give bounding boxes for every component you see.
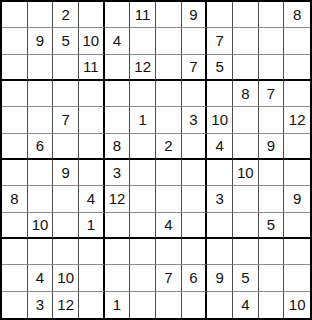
cell-r1c6[interactable]: 11 [130, 2, 156, 28]
cell-r8c12[interactable]: 9 [284, 186, 310, 212]
cell-r4c1[interactable] [2, 81, 28, 107]
cell-r1c12[interactable]: 8 [284, 2, 310, 28]
cell-r5c12[interactable]: 12 [284, 107, 310, 133]
cell-r2c11[interactable] [259, 28, 285, 54]
cell-r2c7[interactable] [156, 28, 182, 54]
cell-r3c8[interactable]: 7 [182, 55, 208, 81]
cell-r10c7[interactable] [156, 239, 182, 265]
cell-r11c5[interactable] [105, 265, 131, 291]
cell-r12c12[interactable]: 10 [284, 292, 310, 318]
cell-r7c6[interactable] [130, 160, 156, 186]
cell-r7c9[interactable] [207, 160, 233, 186]
cell-r5c10[interactable] [233, 107, 259, 133]
cell-r6c11[interactable]: 9 [259, 134, 285, 160]
cell-r11c3[interactable]: 10 [53, 265, 79, 291]
cell-r5c4[interactable] [79, 107, 105, 133]
cell-r8c6[interactable] [130, 186, 156, 212]
cell-r11c12[interactable] [284, 265, 310, 291]
cell-r11c1[interactable] [2, 265, 28, 291]
cell-r8c11[interactable] [259, 186, 285, 212]
cell-r4c5[interactable] [105, 81, 131, 107]
cell-r7c2[interactable] [28, 160, 54, 186]
cell-r2c8[interactable] [182, 28, 208, 54]
cell-r5c6[interactable]: 1 [130, 107, 156, 133]
cell-r10c9[interactable] [207, 239, 233, 265]
cell-r3c11[interactable] [259, 55, 285, 81]
cell-r1c7[interactable] [156, 2, 182, 28]
cell-r5c5[interactable] [105, 107, 131, 133]
cell-r6c2[interactable]: 6 [28, 134, 54, 160]
cell-r4c8[interactable] [182, 81, 208, 107]
cell-r9c10[interactable] [233, 213, 259, 239]
cell-r5c7[interactable] [156, 107, 182, 133]
cell-r12c3[interactable]: 12 [53, 292, 79, 318]
cell-r5c8[interactable]: 3 [182, 107, 208, 133]
cell-r12c9[interactable] [207, 292, 233, 318]
cell-r8c10[interactable] [233, 186, 259, 212]
cell-r7c12[interactable] [284, 160, 310, 186]
cell-r8c7[interactable] [156, 186, 182, 212]
cell-r2c2[interactable]: 9 [28, 28, 54, 54]
cell-r10c1[interactable] [2, 239, 28, 265]
cell-r3c7[interactable] [156, 55, 182, 81]
cell-r12c5[interactable]: 1 [105, 292, 131, 318]
cell-r8c1[interactable]: 8 [2, 186, 28, 212]
cell-r6c12[interactable] [284, 134, 310, 160]
cell-r7c4[interactable] [79, 160, 105, 186]
cell-r11c6[interactable] [130, 265, 156, 291]
cell-r3c3[interactable] [53, 55, 79, 81]
cell-r10c11[interactable] [259, 239, 285, 265]
cell-r12c8[interactable] [182, 292, 208, 318]
cell-r2c12[interactable] [284, 28, 310, 54]
cell-r6c3[interactable] [53, 134, 79, 160]
cell-r11c10[interactable]: 5 [233, 265, 259, 291]
cell-r3c10[interactable] [233, 55, 259, 81]
cell-r8c3[interactable] [53, 186, 79, 212]
cell-r9c4[interactable]: 1 [79, 213, 105, 239]
cell-r8c8[interactable] [182, 186, 208, 212]
cell-r7c10[interactable]: 10 [233, 160, 259, 186]
cell-r9c8[interactable] [182, 213, 208, 239]
cell-r3c12[interactable] [284, 55, 310, 81]
cell-r1c1[interactable] [2, 2, 28, 28]
cell-r9c7[interactable]: 4 [156, 213, 182, 239]
cell-r8c5[interactable]: 12 [105, 186, 131, 212]
cell-r9c2[interactable]: 10 [28, 213, 54, 239]
cell-r6c8[interactable] [182, 134, 208, 160]
cell-r4c3[interactable] [53, 81, 79, 107]
cell-r10c8[interactable] [182, 239, 208, 265]
cell-r2c4[interactable]: 10 [79, 28, 105, 54]
cell-r9c3[interactable] [53, 213, 79, 239]
cell-r3c4[interactable]: 11 [79, 55, 105, 81]
cell-r5c2[interactable] [28, 107, 54, 133]
cell-r12c1[interactable] [2, 292, 28, 318]
cell-r6c6[interactable] [130, 134, 156, 160]
cell-r8c9[interactable]: 3 [207, 186, 233, 212]
cell-r11c9[interactable]: 9 [207, 265, 233, 291]
cell-r3c6[interactable]: 12 [130, 55, 156, 81]
cell-r3c5[interactable] [105, 55, 131, 81]
cell-r9c12[interactable] [284, 213, 310, 239]
cell-r4c4[interactable] [79, 81, 105, 107]
cell-r7c1[interactable] [2, 160, 28, 186]
cell-r11c11[interactable] [259, 265, 285, 291]
cell-r2c9[interactable]: 7 [207, 28, 233, 54]
cell-r1c5[interactable] [105, 2, 131, 28]
cell-r8c2[interactable] [28, 186, 54, 212]
cell-r4c10[interactable]: 8 [233, 81, 259, 107]
cell-r2c10[interactable] [233, 28, 259, 54]
cell-r2c3[interactable]: 5 [53, 28, 79, 54]
cell-r6c9[interactable]: 4 [207, 134, 233, 160]
cell-r1c4[interactable] [79, 2, 105, 28]
cell-r3c2[interactable] [28, 55, 54, 81]
cell-r1c9[interactable] [207, 2, 233, 28]
cell-r10c4[interactable] [79, 239, 105, 265]
cell-r4c2[interactable] [28, 81, 54, 107]
cell-r12c11[interactable] [259, 292, 285, 318]
cell-r9c5[interactable] [105, 213, 131, 239]
cell-r9c6[interactable] [130, 213, 156, 239]
cell-r3c9[interactable]: 5 [207, 55, 233, 81]
cell-r10c6[interactable] [130, 239, 156, 265]
cell-r7c7[interactable] [156, 160, 182, 186]
cell-r5c1[interactable] [2, 107, 28, 133]
cell-r10c5[interactable] [105, 239, 131, 265]
cell-r1c2[interactable] [28, 2, 54, 28]
cell-r6c7[interactable]: 2 [156, 134, 182, 160]
cell-r3c1[interactable] [2, 55, 28, 81]
cell-r12c7[interactable] [156, 292, 182, 318]
cell-r4c7[interactable] [156, 81, 182, 107]
cell-r7c3[interactable]: 9 [53, 160, 79, 186]
cell-r1c10[interactable] [233, 2, 259, 28]
cell-r2c5[interactable]: 4 [105, 28, 131, 54]
cell-r5c11[interactable] [259, 107, 285, 133]
cell-r4c9[interactable] [207, 81, 233, 107]
cell-r1c8[interactable]: 9 [182, 2, 208, 28]
cell-r9c9[interactable] [207, 213, 233, 239]
cell-r10c10[interactable] [233, 239, 259, 265]
cell-r9c1[interactable] [2, 213, 28, 239]
cell-r12c6[interactable] [130, 292, 156, 318]
cell-r4c11[interactable]: 7 [259, 81, 285, 107]
cell-r11c2[interactable]: 4 [28, 265, 54, 291]
cell-r6c5[interactable]: 8 [105, 134, 131, 160]
cell-r10c12[interactable] [284, 239, 310, 265]
cell-r11c7[interactable]: 7 [156, 265, 182, 291]
cell-r2c1[interactable] [2, 28, 28, 54]
cell-r10c3[interactable] [53, 239, 79, 265]
cell-r1c3[interactable]: 2 [53, 2, 79, 28]
cell-r12c2[interactable]: 3 [28, 292, 54, 318]
cell-r11c4[interactable] [79, 265, 105, 291]
cell-r12c10[interactable]: 4 [233, 292, 259, 318]
cell-r7c11[interactable] [259, 160, 285, 186]
cell-r5c3[interactable]: 7 [53, 107, 79, 133]
cell-r7c8[interactable] [182, 160, 208, 186]
cell-r12c4[interactable] [79, 292, 105, 318]
sudoku-board: 2119895104711127587713101268249931084123… [0, 0, 312, 320]
cell-r2c6[interactable] [130, 28, 156, 54]
cell-r9c11[interactable]: 5 [259, 213, 285, 239]
cell-r4c6[interactable] [130, 81, 156, 107]
cell-r5c9[interactable]: 10 [207, 107, 233, 133]
cell-r11c8[interactable]: 6 [182, 265, 208, 291]
cell-r4c12[interactable] [284, 81, 310, 107]
cell-r8c4[interactable]: 4 [79, 186, 105, 212]
cell-r6c1[interactable] [2, 134, 28, 160]
cell-r7c5[interactable]: 3 [105, 160, 131, 186]
cell-r10c2[interactable] [28, 239, 54, 265]
cell-r1c11[interactable] [259, 2, 285, 28]
cell-r6c4[interactable] [79, 134, 105, 160]
cell-r6c10[interactable] [233, 134, 259, 160]
